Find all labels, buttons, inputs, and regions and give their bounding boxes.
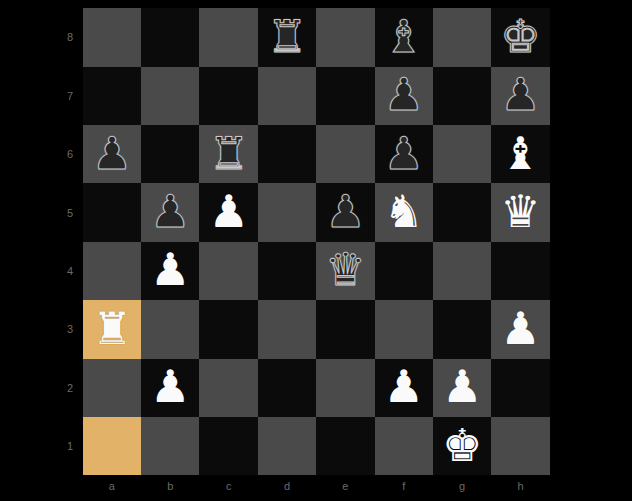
square-h1[interactable] bbox=[491, 417, 549, 475]
rank-label-1: 1 bbox=[54, 417, 78, 475]
square-a5[interactable] bbox=[83, 183, 141, 241]
square-c1[interactable] bbox=[199, 417, 257, 475]
square-d5[interactable] bbox=[258, 183, 316, 241]
square-f7[interactable]: ♟ bbox=[375, 67, 433, 125]
file-label-a: a bbox=[83, 475, 141, 497]
square-c8[interactable] bbox=[199, 8, 257, 66]
rank-label-3: 3 bbox=[54, 300, 78, 358]
square-g7[interactable] bbox=[433, 67, 491, 125]
square-a6[interactable]: ♟ bbox=[83, 125, 141, 183]
file-label-g: g bbox=[433, 475, 491, 497]
square-b1[interactable] bbox=[141, 417, 199, 475]
rank-label-2: 2 bbox=[54, 359, 78, 417]
rank-label-7: 7 bbox=[54, 67, 78, 125]
square-d6[interactable] bbox=[258, 125, 316, 183]
rank-label-6: 6 bbox=[54, 125, 78, 183]
piece-black-pawn-e5[interactable]: ♟ bbox=[325, 189, 365, 234]
square-f3[interactable] bbox=[375, 300, 433, 358]
square-d3[interactable] bbox=[258, 300, 316, 358]
piece-white-pawn-b2[interactable]: ♟ bbox=[150, 364, 190, 409]
piece-white-pawn-h3[interactable]: ♟ bbox=[500, 306, 540, 351]
chess-app-stage: 87654321 ♜♝♚♟♟♟♜♟♝♟♟♟♞♛♟♛♜♟♟♟♟♚ abcdefgh bbox=[0, 0, 632, 501]
square-d7[interactable] bbox=[258, 67, 316, 125]
square-f6[interactable]: ♟ bbox=[375, 125, 433, 183]
piece-white-pawn-b4[interactable]: ♟ bbox=[150, 247, 190, 292]
square-e3[interactable] bbox=[316, 300, 374, 358]
square-c6[interactable]: ♜ bbox=[199, 125, 257, 183]
rank-label-8: 8 bbox=[54, 8, 78, 66]
square-c4[interactable] bbox=[199, 242, 257, 300]
square-g2[interactable]: ♟ bbox=[433, 359, 491, 417]
square-h6[interactable]: ♝ bbox=[491, 125, 549, 183]
square-g6[interactable] bbox=[433, 125, 491, 183]
square-f2[interactable]: ♟ bbox=[375, 359, 433, 417]
piece-white-king-g1[interactable]: ♚ bbox=[442, 423, 482, 468]
square-g1[interactable]: ♚ bbox=[433, 417, 491, 475]
square-g4[interactable] bbox=[433, 242, 491, 300]
square-a2[interactable] bbox=[83, 359, 141, 417]
piece-white-pawn-g2[interactable]: ♟ bbox=[442, 364, 482, 409]
piece-white-knight-f5[interactable]: ♞ bbox=[384, 189, 424, 234]
square-e8[interactable] bbox=[316, 8, 374, 66]
square-e7[interactable] bbox=[316, 67, 374, 125]
square-b6[interactable] bbox=[141, 125, 199, 183]
rank-label-4: 4 bbox=[54, 242, 78, 300]
square-c5[interactable]: ♟ bbox=[199, 183, 257, 241]
square-f4[interactable] bbox=[375, 242, 433, 300]
square-a8[interactable] bbox=[83, 8, 141, 66]
square-h2[interactable] bbox=[491, 359, 549, 417]
piece-black-pawn-h7[interactable]: ♟ bbox=[500, 72, 540, 117]
file-label-f: f bbox=[375, 475, 433, 497]
square-b8[interactable] bbox=[141, 8, 199, 66]
square-h8[interactable]: ♚ bbox=[491, 8, 549, 66]
piece-black-pawn-f7[interactable]: ♟ bbox=[384, 72, 424, 117]
square-b2[interactable]: ♟ bbox=[141, 359, 199, 417]
piece-black-pawn-f6[interactable]: ♟ bbox=[384, 131, 424, 176]
file-label-e: e bbox=[316, 475, 374, 497]
piece-black-pawn-b5[interactable]: ♟ bbox=[150, 189, 190, 234]
square-b4[interactable]: ♟ bbox=[141, 242, 199, 300]
chess-board[interactable]: ♜♝♚♟♟♟♜♟♝♟♟♟♞♛♟♛♜♟♟♟♟♚ bbox=[83, 8, 550, 475]
rank-labels: 87654321 bbox=[54, 8, 78, 475]
square-e2[interactable] bbox=[316, 359, 374, 417]
piece-black-queen-e4[interactable]: ♛ bbox=[325, 247, 365, 292]
square-c3[interactable] bbox=[199, 300, 257, 358]
file-label-d: d bbox=[258, 475, 316, 497]
piece-black-rook-c6[interactable]: ♜ bbox=[208, 131, 248, 176]
file-label-c: c bbox=[199, 475, 257, 497]
square-a3[interactable]: ♜ bbox=[83, 300, 141, 358]
square-e4[interactable]: ♛ bbox=[316, 242, 374, 300]
piece-black-pawn-a6[interactable]: ♟ bbox=[92, 131, 132, 176]
piece-black-bishop-f8[interactable]: ♝ bbox=[384, 14, 424, 59]
piece-white-pawn-c5[interactable]: ♟ bbox=[208, 189, 248, 234]
square-e6[interactable] bbox=[316, 125, 374, 183]
square-b3[interactable] bbox=[141, 300, 199, 358]
square-b7[interactable] bbox=[141, 67, 199, 125]
square-d2[interactable] bbox=[258, 359, 316, 417]
square-b5[interactable]: ♟ bbox=[141, 183, 199, 241]
square-e5[interactable]: ♟ bbox=[316, 183, 374, 241]
square-e1[interactable] bbox=[316, 417, 374, 475]
square-f5[interactable]: ♞ bbox=[375, 183, 433, 241]
square-h3[interactable]: ♟ bbox=[491, 300, 549, 358]
square-h7[interactable]: ♟ bbox=[491, 67, 549, 125]
square-f8[interactable]: ♝ bbox=[375, 8, 433, 66]
square-g5[interactable] bbox=[433, 183, 491, 241]
square-a7[interactable] bbox=[83, 67, 141, 125]
file-label-b: b bbox=[141, 475, 199, 497]
piece-white-bishop-h6[interactable]: ♝ bbox=[500, 131, 540, 176]
square-h5[interactable]: ♛ bbox=[491, 183, 549, 241]
piece-black-rook-d8[interactable]: ♜ bbox=[267, 14, 307, 59]
piece-white-pawn-f2[interactable]: ♟ bbox=[384, 364, 424, 409]
file-label-h: h bbox=[491, 475, 549, 497]
square-c2[interactable] bbox=[199, 359, 257, 417]
piece-white-rook-a3[interactable]: ♜ bbox=[92, 306, 132, 351]
square-d8[interactable]: ♜ bbox=[258, 8, 316, 66]
piece-white-queen-h5[interactable]: ♛ bbox=[500, 189, 540, 234]
square-h4[interactable] bbox=[491, 242, 549, 300]
square-a1[interactable] bbox=[83, 417, 141, 475]
rank-label-5: 5 bbox=[54, 183, 78, 241]
square-g3[interactable] bbox=[433, 300, 491, 358]
piece-black-king-h8[interactable]: ♚ bbox=[500, 14, 540, 59]
square-f1[interactable] bbox=[375, 417, 433, 475]
square-d4[interactable] bbox=[258, 242, 316, 300]
square-c7[interactable] bbox=[199, 67, 257, 125]
file-labels: abcdefgh bbox=[83, 475, 550, 497]
square-d1[interactable] bbox=[258, 417, 316, 475]
square-g8[interactable] bbox=[433, 8, 491, 66]
square-a4[interactable] bbox=[83, 242, 141, 300]
